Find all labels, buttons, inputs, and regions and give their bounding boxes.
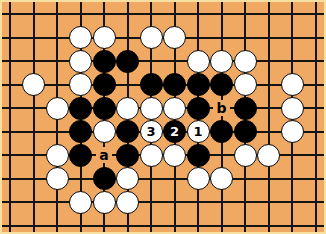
black-stone: [187, 73, 210, 96]
white-stone: [116, 167, 139, 190]
white-stone: [22, 73, 45, 96]
white-stone: [234, 144, 257, 167]
white-stone: [210, 167, 233, 190]
white-stone: [187, 167, 210, 190]
go-grid: 321ab: [0, 2, 326, 234]
white-stone: [69, 50, 92, 73]
white-stone: [234, 73, 257, 96]
white-stone: [116, 191, 139, 214]
white-stone: [281, 120, 304, 143]
white-stone-move-1: 1: [187, 120, 210, 143]
go-board[interactable]: 321ab: [0, 0, 326, 234]
white-stone: [140, 144, 163, 167]
white-stone: [140, 97, 163, 120]
black-stone: [210, 73, 233, 96]
white-stone: [46, 144, 69, 167]
white-stone: [281, 97, 304, 120]
black-stone: [116, 144, 139, 167]
white-stone: [234, 50, 257, 73]
white-stone: [93, 26, 116, 49]
white-stone: [93, 191, 116, 214]
black-stone: [93, 73, 116, 96]
white-stone: [163, 97, 186, 120]
black-stone: [93, 167, 116, 190]
black-stone: [210, 120, 233, 143]
black-stone: [69, 144, 92, 167]
black-stone: [187, 144, 210, 167]
black-stone: [69, 97, 92, 120]
black-stone-move-2: 2: [163, 120, 186, 143]
white-stone: [69, 191, 92, 214]
go-diagram: 321ab: [0, 0, 326, 234]
black-stone: [69, 120, 92, 143]
white-stone: [281, 73, 304, 96]
black-stone: [234, 97, 257, 120]
white-stone: [163, 144, 186, 167]
white-stone: [163, 26, 186, 49]
black-stone: [93, 97, 116, 120]
black-stone: [163, 73, 186, 96]
black-stone: [116, 50, 139, 73]
white-stone: [116, 97, 139, 120]
white-stone: [46, 97, 69, 120]
black-stone: [93, 50, 116, 73]
white-stone: [187, 50, 210, 73]
white-stone: [210, 50, 233, 73]
black-stone: [116, 120, 139, 143]
white-stone: [140, 26, 163, 49]
point-label-a: a: [96, 147, 111, 163]
point-label-b: b: [213, 100, 229, 116]
white-stone: [69, 73, 92, 96]
white-stone: [69, 26, 92, 49]
black-stone: [234, 120, 257, 143]
white-stone: [46, 167, 69, 190]
white-stone: [257, 144, 280, 167]
black-stone: [140, 73, 163, 96]
white-stone: [93, 120, 116, 143]
black-stone: [187, 97, 210, 120]
white-stone-move-3: 3: [140, 120, 163, 143]
